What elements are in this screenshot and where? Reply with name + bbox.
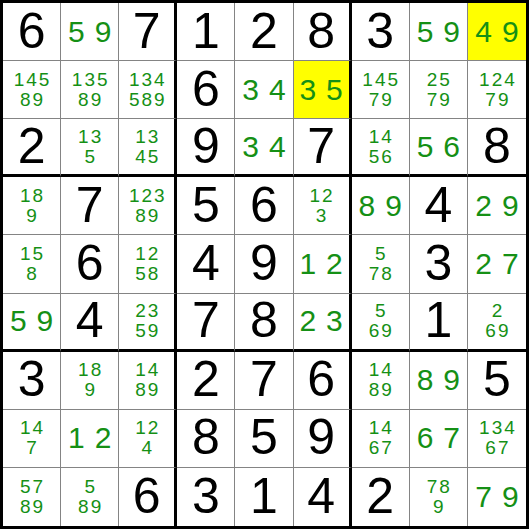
candidate-digits: 134589 xyxy=(127,70,167,110)
solved-digit: 5 xyxy=(192,180,220,232)
cell-r2c4[interactable]: 6 xyxy=(177,61,235,119)
cell-r1c6[interactable]: 8 xyxy=(294,3,352,61)
candidate-digits: 135 xyxy=(76,127,103,167)
solved-digit: 2 xyxy=(250,6,278,58)
solved-digit: 4 xyxy=(192,238,220,290)
candidate-digits: 35 xyxy=(294,75,352,105)
cell-r2c6[interactable]: 35 xyxy=(294,61,352,119)
cell-r6c4[interactable]: 7 xyxy=(177,294,235,352)
cell-r3c9[interactable]: 8 xyxy=(468,119,526,177)
cell-r9c5[interactable]: 1 xyxy=(235,468,293,526)
cell-r8c7[interactable]: 1467 xyxy=(352,410,410,468)
candidate-digits: 29 xyxy=(468,191,526,221)
solved-digit: 6 xyxy=(76,238,104,290)
cell-r7c5[interactable]: 7 xyxy=(235,352,293,410)
candidate-digits: 13589 xyxy=(70,70,110,110)
cell-r5c8[interactable]: 3 xyxy=(410,235,468,293)
candidate-digits: 34 xyxy=(235,75,293,105)
solved-digit: 6 xyxy=(18,6,46,58)
solved-digit: 5 xyxy=(250,412,278,464)
cell-r6c5[interactable]: 8 xyxy=(235,294,293,352)
cell-r1c5[interactable]: 2 xyxy=(235,3,293,61)
candidate-digits: 12 xyxy=(61,423,119,453)
solved-digit: 6 xyxy=(307,354,335,406)
candidate-digits: 789 xyxy=(425,477,452,517)
solved-digit: 9 xyxy=(250,238,278,290)
candidate-digits: 79 xyxy=(468,482,526,512)
solved-digit: 1 xyxy=(424,295,452,347)
solved-digit: 7 xyxy=(76,180,104,232)
candidate-digits: 1258 xyxy=(133,244,160,284)
candidate-digits: 12479 xyxy=(477,70,517,110)
solved-digit: 7 xyxy=(307,121,335,173)
candidate-digits: 49 xyxy=(468,17,526,47)
cell-r1c1[interactable]: 6 xyxy=(3,3,61,61)
candidate-digits: 189 xyxy=(18,186,45,226)
candidate-digits: 1489 xyxy=(367,360,394,400)
candidate-digits: 89 xyxy=(352,191,410,221)
cell-r7c2[interactable]: 189 xyxy=(61,352,119,410)
cell-r9c9[interactable]: 79 xyxy=(468,468,526,526)
cell-r6c3[interactable]: 2359 xyxy=(119,294,177,352)
cell-r8c2[interactable]: 12 xyxy=(61,410,119,468)
candidate-digits: 269 xyxy=(483,301,510,341)
cell-r7c6[interactable]: 6 xyxy=(294,352,352,410)
solved-digit: 7 xyxy=(250,354,278,406)
candidate-digits: 12 xyxy=(294,249,352,279)
candidate-digits: 589 xyxy=(76,477,103,517)
cell-r6c8[interactable]: 1 xyxy=(410,294,468,352)
solved-digit: 8 xyxy=(483,121,511,173)
candidate-digits: 1456 xyxy=(367,127,394,167)
candidate-digits: 189 xyxy=(76,360,103,400)
candidate-digits: 123 xyxy=(308,186,335,226)
candidate-digits: 56 xyxy=(410,132,468,162)
solved-digit: 6 xyxy=(133,471,161,523)
solved-digit: 4 xyxy=(307,471,335,523)
cell-r4c7[interactable]: 89 xyxy=(352,177,410,235)
cell-r1c7[interactable]: 3 xyxy=(352,3,410,61)
candidate-digits: 1489 xyxy=(133,360,160,400)
cell-r5c4[interactable]: 4 xyxy=(177,235,235,293)
cell-r7c3[interactable]: 1489 xyxy=(119,352,177,410)
cell-r8c1[interactable]: 147 xyxy=(3,410,61,468)
solved-digit: 2 xyxy=(18,121,46,173)
solved-digit: 2 xyxy=(192,354,220,406)
cell-r5c3[interactable]: 1258 xyxy=(119,235,177,293)
cell-r9c1[interactable]: 5789 xyxy=(3,468,61,526)
solved-digit: 3 xyxy=(424,238,452,290)
cell-r8c5[interactable]: 5 xyxy=(235,410,293,468)
cell-r6c2[interactable]: 4 xyxy=(61,294,119,352)
cell-r2c2[interactable]: 13589 xyxy=(61,61,119,119)
solved-digit: 1 xyxy=(250,471,278,523)
solved-digit: 4 xyxy=(424,180,452,232)
solved-digit: 7 xyxy=(133,6,161,58)
cell-r2c9[interactable]: 12479 xyxy=(468,61,526,119)
cell-r3c3[interactable]: 1345 xyxy=(119,119,177,177)
cell-r4c3[interactable]: 12389 xyxy=(119,177,177,235)
cell-r4c5[interactable]: 6 xyxy=(235,177,293,235)
solved-digit: 4 xyxy=(76,295,104,347)
cell-r1c8[interactable]: 59 xyxy=(410,3,468,61)
cell-r1c3[interactable]: 7 xyxy=(119,3,177,61)
solved-digit: 3 xyxy=(192,471,220,523)
cell-r5c9[interactable]: 27 xyxy=(468,235,526,293)
cell-r5c2[interactable]: 6 xyxy=(61,235,119,293)
candidate-digits: 14579 xyxy=(360,70,400,110)
solved-digit: 9 xyxy=(192,121,220,173)
cell-r5c6[interactable]: 12 xyxy=(294,235,352,293)
cell-r9c3[interactable]: 6 xyxy=(119,468,177,526)
solved-digit: 6 xyxy=(250,180,278,232)
candidate-digits: 2359 xyxy=(133,301,160,341)
solved-digit: 3 xyxy=(18,354,46,406)
cell-r9c7[interactable]: 2 xyxy=(352,468,410,526)
sudoku-board: 6597128359491458913589134589634351457925… xyxy=(0,0,529,529)
cell-r3c5[interactable]: 34 xyxy=(235,119,293,177)
candidate-digits: 5789 xyxy=(18,477,45,517)
candidate-digits: 34 xyxy=(235,132,293,162)
candidate-digits: 1467 xyxy=(367,418,394,458)
cell-r2c1[interactable]: 14589 xyxy=(3,61,61,119)
cell-r9c2[interactable]: 589 xyxy=(61,468,119,526)
cell-r9c8[interactable]: 789 xyxy=(410,468,468,526)
candidate-digits: 578 xyxy=(367,244,394,284)
cell-r2c8[interactable]: 2579 xyxy=(410,61,468,119)
candidate-digits: 124 xyxy=(133,418,160,458)
cell-r2c3[interactable]: 134589 xyxy=(119,61,177,119)
candidate-digits: 147 xyxy=(18,418,45,458)
cell-r6c7[interactable]: 569 xyxy=(352,294,410,352)
cell-r6c1[interactable]: 59 xyxy=(3,294,61,352)
solved-digit: 6 xyxy=(192,64,220,116)
candidate-digits: 67 xyxy=(410,423,468,453)
candidate-digits: 569 xyxy=(367,301,394,341)
cell-r3c4[interactable]: 9 xyxy=(177,119,235,177)
cell-r3c7[interactable]: 1456 xyxy=(352,119,410,177)
cell-r7c7[interactable]: 1489 xyxy=(352,352,410,410)
cell-r5c5[interactable]: 9 xyxy=(235,235,293,293)
solved-digit: 1 xyxy=(192,6,220,58)
solved-digit: 5 xyxy=(483,354,511,406)
candidate-digits: 14589 xyxy=(12,70,52,110)
candidate-digits: 59 xyxy=(61,17,119,47)
cell-r4c2[interactable]: 7 xyxy=(61,177,119,235)
cell-r3c6[interactable]: 7 xyxy=(294,119,352,177)
cell-r1c2[interactable]: 59 xyxy=(61,3,119,61)
solved-digit: 8 xyxy=(250,295,278,347)
cell-r3c2[interactable]: 135 xyxy=(61,119,119,177)
cell-r7c8[interactable]: 89 xyxy=(410,352,468,410)
cell-r6c6[interactable]: 23 xyxy=(294,294,352,352)
cell-r8c8[interactable]: 67 xyxy=(410,410,468,468)
cell-r8c6[interactable]: 9 xyxy=(294,410,352,468)
cell-r7c9[interactable]: 5 xyxy=(468,352,526,410)
solved-digit: 8 xyxy=(307,6,335,58)
solved-digit: 9 xyxy=(307,412,335,464)
cell-r1c4[interactable]: 1 xyxy=(177,3,235,61)
cell-r7c1[interactable]: 3 xyxy=(3,352,61,410)
candidate-digits: 59 xyxy=(3,306,61,336)
cell-r5c1[interactable]: 158 xyxy=(3,235,61,293)
cell-r4c9[interactable]: 29 xyxy=(468,177,526,235)
candidate-digits: 89 xyxy=(410,365,468,395)
cell-r4c1[interactable]: 189 xyxy=(3,177,61,235)
cell-r8c9[interactable]: 13467 xyxy=(468,410,526,468)
solved-digit: 7 xyxy=(192,295,220,347)
candidate-digits: 27 xyxy=(468,249,526,279)
cell-r8c4[interactable]: 8 xyxy=(177,410,235,468)
cell-r4c4[interactable]: 5 xyxy=(177,177,235,235)
cell-r9c4[interactable]: 3 xyxy=(177,468,235,526)
candidate-digits: 158 xyxy=(18,244,45,284)
cell-r2c7[interactable]: 14579 xyxy=(352,61,410,119)
candidate-digits: 1345 xyxy=(133,127,160,167)
cell-r1c9[interactable]: 49 xyxy=(468,3,526,61)
candidate-digits: 23 xyxy=(294,306,352,336)
cell-r5c7[interactable]: 578 xyxy=(352,235,410,293)
candidate-digits: 12389 xyxy=(127,186,167,226)
solved-digit: 2 xyxy=(366,471,394,523)
solved-digit: 3 xyxy=(366,6,394,58)
candidate-digits: 13467 xyxy=(477,418,517,458)
cell-r2c5[interactable]: 34 xyxy=(235,61,293,119)
cell-r6c9[interactable]: 269 xyxy=(468,294,526,352)
solved-digit: 8 xyxy=(192,412,220,464)
cell-r3c8[interactable]: 56 xyxy=(410,119,468,177)
cell-r9c6[interactable]: 4 xyxy=(294,468,352,526)
candidate-digits: 2579 xyxy=(425,70,452,110)
cell-r7c4[interactable]: 2 xyxy=(177,352,235,410)
candidate-digits: 59 xyxy=(410,17,468,47)
cell-r4c8[interactable]: 4 xyxy=(410,177,468,235)
cell-r4c6[interactable]: 123 xyxy=(294,177,352,235)
cell-r8c3[interactable]: 124 xyxy=(119,410,177,468)
cell-r3c1[interactable]: 2 xyxy=(3,119,61,177)
